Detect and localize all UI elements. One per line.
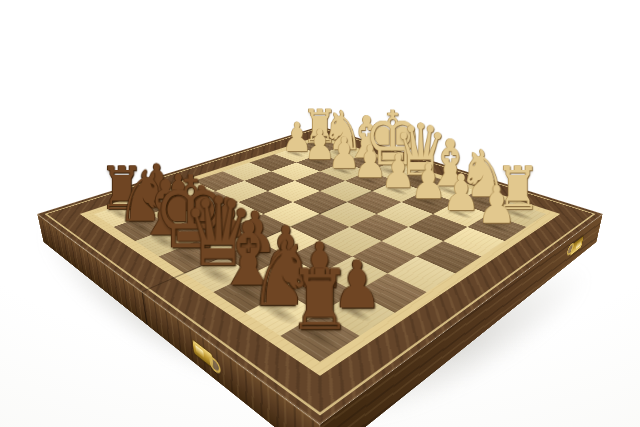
board-top-surface: ♜♞♝♛♚♝♞♜♟♟♟♟♟♟♟♟♟♟♟♟♟♟♟♟♜♞♝♛♚♝♞♜ (37, 126, 603, 424)
scene-3d: ♜♞♝♛♚♝♞♜♟♟♟♟♟♟♟♟♟♟♟♟♟♟♟♟♜♞♝♛♚♝♞♜ (0, 0, 640, 427)
brass-latch-front-right-mount (570, 236, 583, 256)
chess-board: ♜♞♝♛♚♝♞♜♟♟♟♟♟♟♟♟♟♟♟♟♟♟♟♟♜♞♝♛♚♝♞♜ (37, 126, 603, 424)
pawn-glyph: ♟ (436, 178, 559, 230)
rook-glyph: ♜ (238, 257, 403, 341)
brass-latch-front-right-icon (570, 236, 583, 256)
photo-canvas: ♜♞♝♛♚♝♞♜♟♟♟♟♟♟♟♟♟♟♟♟♟♟♟♟♜♞♝♛♚♝♞♜ (0, 0, 640, 427)
